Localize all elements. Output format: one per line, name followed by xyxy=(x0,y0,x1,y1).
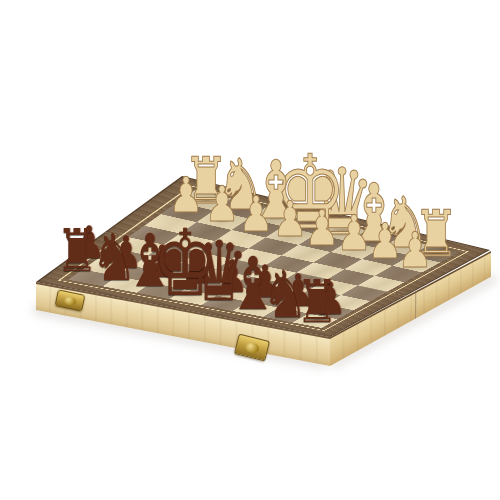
fold-seam xyxy=(415,292,417,318)
chess-set-product-photo: ♜♞♝♛♚♝♞♜♟♟♟♟♟♟♟♟♟♟♟♟♟♟♟♟♜♞♝♛♚♝♞♜ xyxy=(0,0,500,500)
